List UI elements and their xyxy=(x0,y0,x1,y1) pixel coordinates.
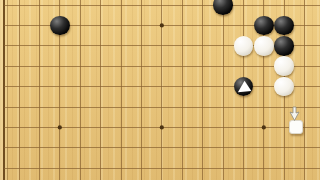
go-board[interactable] xyxy=(0,0,320,180)
star-point xyxy=(262,125,266,129)
star-point xyxy=(160,23,164,27)
black-stone xyxy=(274,16,294,36)
star-point xyxy=(58,125,62,129)
star-point xyxy=(160,125,164,129)
black-stone xyxy=(254,16,274,36)
white-stone xyxy=(254,36,274,56)
black-stone xyxy=(50,16,70,36)
cursor-arrow-icon xyxy=(286,105,303,123)
black-stone xyxy=(274,36,294,56)
white-stone xyxy=(274,77,294,97)
white-stone xyxy=(274,56,294,76)
white-stone xyxy=(234,36,254,56)
